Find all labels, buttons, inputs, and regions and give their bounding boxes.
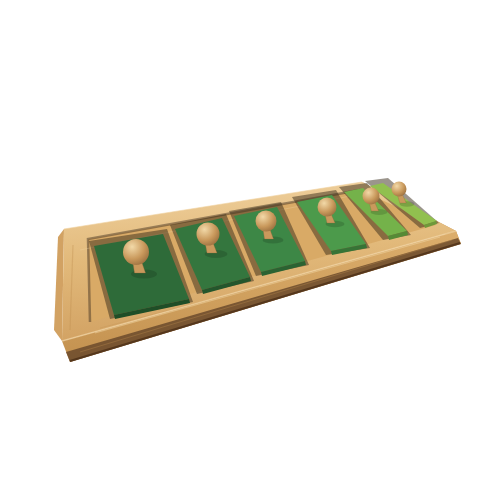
- knob-3-sphere: [256, 211, 277, 232]
- board-photo: [0, 0, 500, 500]
- knob-4-sphere: [318, 198, 337, 217]
- knob-2-sphere: [197, 223, 220, 246]
- knob-1-sphere: [123, 239, 149, 265]
- knob-5-sphere: [363, 188, 380, 205]
- scene: [0, 0, 500, 500]
- knob-6-sphere: [392, 182, 407, 197]
